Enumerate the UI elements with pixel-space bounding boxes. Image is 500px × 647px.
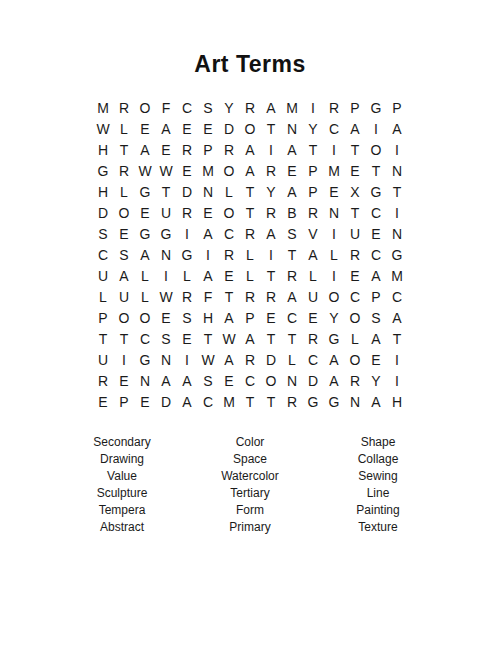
grid-cell-r13c1: U — [93, 349, 114, 370]
grid-cell-r6c9: R — [261, 202, 282, 223]
grid-cell-r14c4: A — [156, 370, 177, 391]
grid-cell-r2c1: W — [93, 118, 114, 139]
grid-cell-r4c13: E — [345, 160, 366, 181]
grid-cell-r9c1: U — [93, 265, 114, 286]
word-item-drawing: Drawing — [58, 451, 186, 468]
word-item-line: Line — [314, 485, 442, 502]
grid-cell-r14c10: N — [282, 370, 303, 391]
grid-cell-r11c8: P — [240, 307, 261, 328]
grid-cell-r12c3: C — [135, 328, 156, 349]
grid-cell-r1c8: R — [240, 97, 261, 118]
grid-cell-r13c15: I — [387, 349, 408, 370]
grid-cell-r10c3: L — [135, 286, 156, 307]
grid-cell-r12c10: T — [282, 328, 303, 349]
grid-cell-r15c13: N — [345, 391, 366, 412]
grid-cell-r14c6: S — [198, 370, 219, 391]
grid-cell-r15c6: C — [198, 391, 219, 412]
grid-cell-r10c11: U — [303, 286, 324, 307]
grid-cell-r13c5: I — [177, 349, 198, 370]
grid-cell-r2c4: A — [156, 118, 177, 139]
grid-cell-r7c8: R — [240, 223, 261, 244]
grid-cell-r4c8: A — [240, 160, 261, 181]
grid-cell-r3c5: R — [177, 139, 198, 160]
grid-cell-r11c13: O — [345, 307, 366, 328]
grid-cell-r5c5: D — [177, 181, 198, 202]
grid-cell-r4c10: E — [282, 160, 303, 181]
grid-cell-r8c4: N — [156, 244, 177, 265]
grid-cell-r3c8: A — [240, 139, 261, 160]
grid-cell-r9c11: L — [303, 265, 324, 286]
grid-cell-r3c6: P — [198, 139, 219, 160]
grid-cell-r5c9: Y — [261, 181, 282, 202]
grid-cell-r11c11: E — [303, 307, 324, 328]
grid-cell-r5c4: T — [156, 181, 177, 202]
grid-cell-r12c15: T — [387, 328, 408, 349]
grid-cell-r15c14: A — [366, 391, 387, 412]
grid-cell-r13c13: O — [345, 349, 366, 370]
grid-cell-r13c10: L — [282, 349, 303, 370]
grid-cell-r1c6: S — [198, 97, 219, 118]
grid-cell-r11c3: O — [135, 307, 156, 328]
grid-cell-r15c8: T — [240, 391, 261, 412]
grid-cell-r15c5: A — [177, 391, 198, 412]
grid-cell-r9c14: A — [366, 265, 387, 286]
grid-cell-r15c10: R — [282, 391, 303, 412]
grid-cell-r3c7: R — [219, 139, 240, 160]
grid-cell-r15c7: M — [219, 391, 240, 412]
grid-cell-r12c1: T — [93, 328, 114, 349]
grid-cell-r13c12: A — [324, 349, 345, 370]
grid-cell-r12c6: T — [198, 328, 219, 349]
grid-cell-r10c5: R — [177, 286, 198, 307]
grid-cell-r3c15: I — [387, 139, 408, 160]
grid-cell-r6c8: T — [240, 202, 261, 223]
grid-cell-r4c2: R — [114, 160, 135, 181]
grid-cell-r11c15: A — [387, 307, 408, 328]
grid-cell-r12c11: R — [303, 328, 324, 349]
word-item-texture: Texture — [314, 519, 442, 536]
grid-cell-r2c6: E — [198, 118, 219, 139]
grid-cell-r13c6: W — [198, 349, 219, 370]
grid-cell-r5c15: T — [387, 181, 408, 202]
grid-cell-r1c11: I — [303, 97, 324, 118]
grid-cell-r15c12: G — [324, 391, 345, 412]
word-item-painting: Painting — [314, 502, 442, 519]
grid-cell-r3c11: T — [303, 139, 324, 160]
grid-cell-r7c4: G — [156, 223, 177, 244]
word-item-watercolor: Watercolor — [186, 468, 314, 485]
word-item-sewing: Sewing — [314, 468, 442, 485]
grid-cell-r6c12: N — [324, 202, 345, 223]
grid-cell-r1c12: R — [324, 97, 345, 118]
grid-cell-r12c9: T — [261, 328, 282, 349]
word-item-secondary: Secondary — [58, 434, 186, 451]
grid-cell-r10c4: W — [156, 286, 177, 307]
grid-cell-r1c3: O — [135, 97, 156, 118]
grid-cell-r11c14: S — [366, 307, 387, 328]
grid-cell-r5c2: L — [114, 181, 135, 202]
grid-cell-r2c11: Y — [303, 118, 324, 139]
grid-cell-r5c1: H — [93, 181, 114, 202]
grid-cell-r4c12: M — [324, 160, 345, 181]
word-item-space: Space — [186, 451, 314, 468]
grid-cell-r6c10: B — [282, 202, 303, 223]
grid-cell-r1c1: M — [93, 97, 114, 118]
grid-cell-r8c7: R — [219, 244, 240, 265]
grid-cell-r1c4: F — [156, 97, 177, 118]
grid-cell-r6c11: R — [303, 202, 324, 223]
grid-cell-r10c7: T — [219, 286, 240, 307]
grid-cell-r7c15: N — [387, 223, 408, 244]
grid-cell-r14c12: A — [324, 370, 345, 391]
grid-cell-r7c12: I — [324, 223, 345, 244]
grid-cell-r2c13: A — [345, 118, 366, 139]
grid-cell-r3c12: I — [324, 139, 345, 160]
grid-cell-r8c1: C — [93, 244, 114, 265]
grid-cell-r3c4: E — [156, 139, 177, 160]
grid-cell-r9c13: E — [345, 265, 366, 286]
grid-cell-r4c5: E — [177, 160, 198, 181]
grid-cell-r12c4: S — [156, 328, 177, 349]
grid-cell-r5c11: P — [303, 181, 324, 202]
word-item-tertiary: Tertiary — [186, 485, 314, 502]
word-column-3: ShapeCollageSewingLinePaintingTexture — [314, 434, 442, 536]
grid-cell-r2c8: O — [240, 118, 261, 139]
word-column-1: SecondaryDrawingValueSculptureTemperaAbs… — [58, 434, 186, 536]
grid-cell-r13c9: D — [261, 349, 282, 370]
grid-cell-r4c1: G — [93, 160, 114, 181]
grid-cell-r14c13: R — [345, 370, 366, 391]
grid-cell-r3c2: T — [114, 139, 135, 160]
grid-cell-r2c9: T — [261, 118, 282, 139]
grid-cell-r12c14: A — [366, 328, 387, 349]
word-item-color: Color — [186, 434, 314, 451]
word-list: SecondaryDrawingValueSculptureTemperaAbs… — [58, 434, 442, 536]
grid-cell-r4c15: N — [387, 160, 408, 181]
grid-cell-r12c13: L — [345, 328, 366, 349]
grid-cell-r4c9: R — [261, 160, 282, 181]
grid-cell-r12c5: E — [177, 328, 198, 349]
grid-cell-r4c11: P — [303, 160, 324, 181]
grid-cell-r13c11: C — [303, 349, 324, 370]
grid-cell-r13c4: N — [156, 349, 177, 370]
grid-cell-r10c12: O — [324, 286, 345, 307]
grid-cell-r1c13: P — [345, 97, 366, 118]
grid-cell-r10c8: R — [240, 286, 261, 307]
grid-cell-r2c7: D — [219, 118, 240, 139]
grid-cell-r14c9: O — [261, 370, 282, 391]
grid-cell-r10c6: F — [198, 286, 219, 307]
grid-cell-r14c1: R — [93, 370, 114, 391]
grid-cell-r10c9: R — [261, 286, 282, 307]
grid-cell-r9c9: T — [261, 265, 282, 286]
grid-cell-r8c2: S — [114, 244, 135, 265]
grid-cell-r15c2: P — [114, 391, 135, 412]
grid-cell-r9c12: I — [324, 265, 345, 286]
grid-cell-r8c12: L — [324, 244, 345, 265]
word-item-tempera: Tempera — [58, 502, 186, 519]
grid-cell-r9c8: L — [240, 265, 261, 286]
grid-cell-r9c6: A — [198, 265, 219, 286]
grid-cell-r4c6: M — [198, 160, 219, 181]
grid-cell-r3c1: H — [93, 139, 114, 160]
grid-cell-r2c10: N — [282, 118, 303, 139]
grid-cell-r6c7: O — [219, 202, 240, 223]
grid-cell-r5c8: T — [240, 181, 261, 202]
grid-cell-r10c13: C — [345, 286, 366, 307]
word-item-form: Form — [186, 502, 314, 519]
grid-cell-r9c15: M — [387, 265, 408, 286]
grid-cell-r12c2: T — [114, 328, 135, 349]
grid-cell-r6c1: D — [93, 202, 114, 223]
grid-cell-r11c6: H — [198, 307, 219, 328]
grid-cell-r11c4: E — [156, 307, 177, 328]
grid-cell-r11c12: Y — [324, 307, 345, 328]
grid-cell-r1c7: Y — [219, 97, 240, 118]
grid-cell-r1c14: G — [366, 97, 387, 118]
grid-cell-r14c2: E — [114, 370, 135, 391]
grid-cell-r11c10: C — [282, 307, 303, 328]
word-item-primary: Primary — [186, 519, 314, 536]
grid-cell-r6c6: E — [198, 202, 219, 223]
puzzle-title: Art Terms — [0, 0, 500, 78]
grid-cell-r9c10: R — [282, 265, 303, 286]
grid-cell-r4c7: O — [219, 160, 240, 181]
grid-cell-r14c7: E — [219, 370, 240, 391]
grid-cell-r14c15: I — [387, 370, 408, 391]
grid-cell-r13c3: G — [135, 349, 156, 370]
grid-cell-r6c3: E — [135, 202, 156, 223]
grid-cell-r14c5: A — [177, 370, 198, 391]
grid-cell-r1c2: R — [114, 97, 135, 118]
grid-cell-r2c14: I — [366, 118, 387, 139]
grid-cell-r6c2: O — [114, 202, 135, 223]
grid-cell-r11c1: P — [93, 307, 114, 328]
grid-cell-r2c12: C — [324, 118, 345, 139]
grid-cell-r6c13: T — [345, 202, 366, 223]
word-search-worksheet: Art Terms MROFCSYRAMIRPGPWLEAEEDOTNYCAIA… — [0, 0, 500, 647]
grid-cell-r9c5: L — [177, 265, 198, 286]
grid-cell-r13c14: E — [366, 349, 387, 370]
grid-cell-r13c2: I — [114, 349, 135, 370]
word-item-sculpture: Sculpture — [58, 485, 186, 502]
grid-cell-r15c15: H — [387, 391, 408, 412]
grid-cell-r9c3: L — [135, 265, 156, 286]
grid-cell-r8c9: I — [261, 244, 282, 265]
grid-cell-r7c13: U — [345, 223, 366, 244]
grid-cell-r3c3: A — [135, 139, 156, 160]
grid-cell-r2c3: E — [135, 118, 156, 139]
grid-cell-r5c12: E — [324, 181, 345, 202]
grid-cell-r10c1: L — [93, 286, 114, 307]
grid-cell-r13c8: R — [240, 349, 261, 370]
grid-cell-r15c3: E — [135, 391, 156, 412]
grid-cell-r7c10: S — [282, 223, 303, 244]
grid-cell-r8c14: C — [366, 244, 387, 265]
grid-cell-r8c11: A — [303, 244, 324, 265]
grid-cell-r14c14: Y — [366, 370, 387, 391]
grid-cell-r8c6: I — [198, 244, 219, 265]
grid-cell-r15c9: T — [261, 391, 282, 412]
word-column-2: ColorSpaceWatercolorTertiaryFormPrimary — [186, 434, 314, 536]
grid-cell-r15c11: G — [303, 391, 324, 412]
grid-cell-r10c15: C — [387, 286, 408, 307]
grid-cell-r10c14: P — [366, 286, 387, 307]
grid-cell-r1c9: A — [261, 97, 282, 118]
grid-cell-r7c9: A — [261, 223, 282, 244]
grid-cell-r8c15: G — [387, 244, 408, 265]
grid-cell-r5c3: G — [135, 181, 156, 202]
grid-cell-r3c13: T — [345, 139, 366, 160]
grid-cell-r14c3: N — [135, 370, 156, 391]
grid-cell-r6c4: U — [156, 202, 177, 223]
grid-cell-r8c8: L — [240, 244, 261, 265]
grid-cell-r7c6: A — [198, 223, 219, 244]
grid-cell-r5c14: G — [366, 181, 387, 202]
word-item-value: Value — [58, 468, 186, 485]
grid-cell-r11c5: S — [177, 307, 198, 328]
grid-cell-r14c8: C — [240, 370, 261, 391]
grid-cell-r4c4: W — [156, 160, 177, 181]
grid-cell-r4c14: T — [366, 160, 387, 181]
letter-grid: MROFCSYRAMIRPGPWLEAEEDOTNYCAIAHTAERPRAIA… — [0, 97, 500, 412]
grid-cell-r8c5: G — [177, 244, 198, 265]
grid-cell-r2c2: L — [114, 118, 135, 139]
grid-cell-r7c1: S — [93, 223, 114, 244]
word-item-shape: Shape — [314, 434, 442, 451]
grid-cell-r9c4: I — [156, 265, 177, 286]
grid-cell-r15c1: E — [93, 391, 114, 412]
grid-cell-r11c9: E — [261, 307, 282, 328]
grid-cell-r5c6: N — [198, 181, 219, 202]
grid-cell-r9c2: A — [114, 265, 135, 286]
grid-cell-r6c15: I — [387, 202, 408, 223]
grid-cell-r3c9: I — [261, 139, 282, 160]
grid-cell-r7c5: I — [177, 223, 198, 244]
word-item-abstract: Abstract — [58, 519, 186, 536]
grid-cell-r7c3: G — [135, 223, 156, 244]
grid-cell-r9c7: E — [219, 265, 240, 286]
grid-cell-r6c5: R — [177, 202, 198, 223]
grid-cell-r3c14: O — [366, 139, 387, 160]
grid-cell-r14c11: D — [303, 370, 324, 391]
grid-cell-r1c10: M — [282, 97, 303, 118]
grid-cell-r11c2: O — [114, 307, 135, 328]
grid-cell-r7c14: E — [366, 223, 387, 244]
grid-cell-r3c10: A — [282, 139, 303, 160]
grid-cell-r5c13: X — [345, 181, 366, 202]
grid-cell-r4c3: W — [135, 160, 156, 181]
grid-cell-r1c5: C — [177, 97, 198, 118]
grid-cell-r13c7: A — [219, 349, 240, 370]
grid-cell-r8c13: R — [345, 244, 366, 265]
grid-cell-r6c14: C — [366, 202, 387, 223]
word-item-collage: Collage — [314, 451, 442, 468]
grid-cell-r8c3: A — [135, 244, 156, 265]
grid-cell-r10c2: U — [114, 286, 135, 307]
grid-cell-r15c4: D — [156, 391, 177, 412]
grid-cell-r7c7: C — [219, 223, 240, 244]
grid-cell-r1c15: P — [387, 97, 408, 118]
grid-cell-r10c10: A — [282, 286, 303, 307]
grid-cell-r7c2: E — [114, 223, 135, 244]
grid-cell-r5c7: L — [219, 181, 240, 202]
grid-cell-r2c15: A — [387, 118, 408, 139]
grid-cell-r7c11: V — [303, 223, 324, 244]
grid-cell-r2c5: E — [177, 118, 198, 139]
grid-cell-r12c8: A — [240, 328, 261, 349]
grid-cell-r12c7: W — [219, 328, 240, 349]
grid-cell-r12c12: G — [324, 328, 345, 349]
grid-cell-r8c10: T — [282, 244, 303, 265]
grid-cell-r11c7: A — [219, 307, 240, 328]
grid-cell-r5c10: A — [282, 181, 303, 202]
